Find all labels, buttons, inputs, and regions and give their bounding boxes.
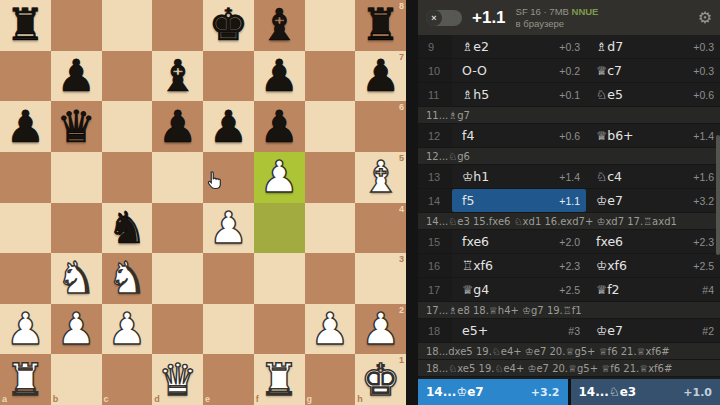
square-e7[interactable] bbox=[203, 51, 254, 102]
move-san: ♗h5 bbox=[462, 87, 559, 102]
candidate-move-label: 14...♔e7 bbox=[426, 385, 531, 399]
black-pawn-f6[interactable]: ♟ bbox=[254, 101, 305, 152]
move-eval: +2.5 bbox=[559, 284, 580, 296]
move-eval: #3 bbox=[568, 325, 580, 337]
square-b6[interactable]: ♛ bbox=[51, 101, 102, 152]
gear-icon[interactable]: ⚙ bbox=[698, 8, 712, 27]
square-e1[interactable]: e bbox=[203, 354, 254, 405]
white-pawn-e4[interactable]: ♟ bbox=[203, 203, 254, 254]
black-move-cell[interactable]: ♔xf6+2.5 bbox=[586, 254, 720, 277]
square-h4[interactable]: 4 bbox=[355, 203, 406, 254]
move-san: ♘c4 bbox=[596, 169, 693, 184]
square-a7[interactable] bbox=[0, 51, 51, 102]
candidate-move-eval: +3.2 bbox=[531, 386, 560, 399]
file-label-e: e bbox=[205, 395, 210, 404]
square-g1[interactable]: g bbox=[305, 354, 356, 405]
move-eval: +1.1 bbox=[559, 195, 580, 207]
file-label-b: b bbox=[53, 395, 59, 404]
white-move-cell[interactable]: ♗h5+0.1 bbox=[452, 83, 586, 106]
square-b2[interactable]: ♟ bbox=[51, 304, 102, 355]
rank-label-2: 2 bbox=[399, 306, 404, 315]
square-g7[interactable] bbox=[305, 51, 356, 102]
move-san: ♔h1 bbox=[462, 169, 559, 184]
move-eval: #2 bbox=[702, 325, 714, 337]
square-d5[interactable] bbox=[152, 152, 203, 203]
variation-comment[interactable]: 11...♗g7 bbox=[418, 107, 720, 124]
black-move-cell[interactable]: fxe6+2.3 bbox=[586, 230, 720, 253]
move-san: e5+ bbox=[462, 323, 568, 338]
move-row-12: 12f4+0.6♕b6++1.4 bbox=[418, 124, 720, 148]
square-c1[interactable]: c bbox=[102, 354, 153, 405]
white-move-cell[interactable]: f4+0.6 bbox=[452, 124, 586, 147]
square-e8[interactable]: ♚ bbox=[203, 0, 254, 51]
toggle-close-icon: × bbox=[426, 10, 442, 26]
square-e4[interactable]: ♟ bbox=[203, 203, 254, 254]
square-g8[interactable] bbox=[305, 0, 356, 51]
black-queen-b6[interactable]: ♛ bbox=[51, 101, 102, 152]
black-pawn-d6[interactable]: ♟ bbox=[152, 101, 203, 152]
nnue-badge: NNUE bbox=[572, 6, 599, 17]
square-d1[interactable]: d♛ bbox=[152, 354, 203, 405]
move-number: 14 bbox=[418, 189, 452, 212]
square-c3[interactable]: ♞ bbox=[102, 253, 153, 304]
move-row-13: 13♔h1+1.4♘c4+1.6 bbox=[418, 165, 720, 189]
square-h7[interactable]: 7♟ bbox=[355, 51, 406, 102]
white-pawn-c2[interactable]: ♟ bbox=[102, 304, 153, 355]
square-f3[interactable] bbox=[254, 253, 305, 304]
move-eval: +0.1 bbox=[559, 89, 580, 101]
white-move-cell[interactable]: ♖xf6+2.3 bbox=[452, 254, 586, 277]
move-row-10: 10O-O+0.2♕c7+0.3 bbox=[418, 59, 720, 83]
black-pawn-e6[interactable]: ♟ bbox=[203, 101, 254, 152]
square-e2[interactable] bbox=[203, 304, 254, 355]
black-move-cell[interactable]: ♕c7+0.3 bbox=[586, 59, 720, 82]
square-a4[interactable] bbox=[0, 203, 51, 254]
move-san: ♕g4 bbox=[462, 282, 559, 297]
white-pawn-b2[interactable]: ♟ bbox=[51, 304, 102, 355]
square-f5[interactable]: ♟ bbox=[254, 152, 305, 203]
square-a8[interactable]: ♜ bbox=[0, 0, 51, 51]
square-c2[interactable]: ♟ bbox=[102, 304, 153, 355]
white-move-cell[interactable]: ♔h1+1.4 bbox=[452, 165, 586, 188]
square-c8[interactable] bbox=[102, 0, 153, 51]
rank-label-5: 5 bbox=[399, 154, 404, 163]
move-san: ♕b6+ bbox=[596, 128, 693, 143]
candidate-move-primary[interactable]: 14...♔e7 +3.2 bbox=[418, 379, 568, 405]
square-b3[interactable]: ♞ bbox=[51, 253, 102, 304]
mouse-hand-cursor bbox=[203, 170, 225, 192]
square-f6[interactable]: ♟ bbox=[254, 101, 305, 152]
move-row-17: 17♕g4+2.5♕f2#4 bbox=[418, 278, 720, 302]
square-e6[interactable]: ♟ bbox=[203, 101, 254, 152]
black-move-cell[interactable]: ♘c4+1.6 bbox=[586, 165, 720, 188]
square-g2[interactable]: ♟ bbox=[305, 304, 356, 355]
square-f1[interactable]: f♜ bbox=[254, 354, 305, 405]
engine-header: × +1.1 SF 16 · 7MB NNUE в браузере ⚙ bbox=[418, 0, 720, 35]
white-move-cell[interactable]: e5+#3 bbox=[452, 319, 586, 342]
square-d3[interactable] bbox=[152, 253, 203, 304]
square-a6[interactable]: ♟ bbox=[0, 101, 51, 152]
rank-label-7: 7 bbox=[399, 53, 404, 62]
move-eval: +2.3 bbox=[559, 260, 580, 272]
rank-label-3: 3 bbox=[399, 255, 404, 264]
move-number: 16 bbox=[418, 254, 452, 277]
square-b8[interactable] bbox=[51, 0, 102, 51]
move-san: ♔e7 bbox=[596, 193, 693, 208]
black-move-cell[interactable]: ♕b6++1.4 bbox=[586, 124, 720, 147]
analysis-screen: ♜♚♝8♜♟♝♟7♟♟♛♟♟♟6♟5♝♞♟4♞♞3♟♟♟♟2♟a♜bcd♛ef♜… bbox=[0, 0, 720, 405]
move-eval: +2.3 bbox=[693, 236, 714, 248]
black-move-cell[interactable]: ♘e5+0.6 bbox=[586, 83, 720, 106]
white-queen-d1[interactable]: ♛ bbox=[152, 354, 203, 405]
square-f4[interactable] bbox=[254, 203, 305, 254]
square-h6[interactable]: 6 bbox=[355, 101, 406, 152]
black-knight-c4[interactable]: ♞ bbox=[102, 203, 153, 254]
engine-location: в браузере bbox=[516, 18, 688, 30]
white-rook-a1[interactable]: ♜ bbox=[0, 354, 51, 405]
move-eval: #4 bbox=[702, 284, 714, 296]
scrollbar-thumb[interactable] bbox=[716, 135, 720, 255]
move-row-15: 15fxe6+2.0fxe6+2.3 bbox=[418, 230, 720, 254]
move-san: O-O bbox=[462, 63, 559, 78]
move-number: 18 bbox=[418, 319, 452, 342]
white-knight-c3[interactable]: ♞ bbox=[102, 253, 153, 304]
square-g6[interactable] bbox=[305, 101, 356, 152]
black-move-cell[interactable]: ♔e7#2 bbox=[586, 319, 720, 342]
move-eval: +0.3 bbox=[693, 65, 714, 77]
move-eval: +1.4 bbox=[559, 171, 580, 183]
move-number: 9 bbox=[418, 35, 452, 58]
move-number: 17 bbox=[418, 278, 452, 301]
move-number: 12 bbox=[418, 124, 452, 147]
engine-name: SF 16 · 7MB bbox=[516, 6, 572, 17]
square-f7[interactable]: ♟ bbox=[254, 51, 305, 102]
move-san: fxe6 bbox=[596, 234, 693, 249]
white-move-cell[interactable]: ♗e2+0.3 bbox=[452, 35, 586, 58]
move-san: fxe6 bbox=[462, 234, 559, 249]
rank-label-6: 6 bbox=[399, 103, 404, 112]
white-rook-f1[interactable]: ♜ bbox=[254, 354, 305, 405]
chess-board[interactable]: ♜♚♝8♜♟♝♟7♟♟♛♟♟♟6♟5♝♞♟4♞♞3♟♟♟♟2♟a♜bcd♛ef♜… bbox=[0, 0, 406, 405]
square-d2[interactable] bbox=[152, 304, 203, 355]
variation-comment[interactable]: 12...♘g6 bbox=[418, 148, 720, 165]
black-pawn-a6[interactable]: ♟ bbox=[0, 101, 51, 152]
rank-label-1: 1 bbox=[399, 356, 404, 365]
square-c5[interactable] bbox=[102, 152, 153, 203]
move-number: 11 bbox=[418, 83, 452, 106]
move-san: f5 bbox=[462, 193, 559, 208]
white-move-cell[interactable]: O-O+0.2 bbox=[452, 59, 586, 82]
square-h5[interactable]: 5♝ bbox=[355, 152, 406, 203]
square-h1[interactable]: h1♚ bbox=[355, 354, 406, 405]
black-pawn-f7[interactable]: ♟ bbox=[254, 51, 305, 102]
move-row-11: 11♗h5+0.1♘e5+0.6 bbox=[418, 83, 720, 107]
square-b7[interactable]: ♟ bbox=[51, 51, 102, 102]
file-label-c: c bbox=[104, 395, 109, 404]
square-b4[interactable] bbox=[51, 203, 102, 254]
square-g4[interactable] bbox=[305, 203, 356, 254]
candidate-move-secondary[interactable]: 14...♘e3 +1.0 bbox=[571, 379, 720, 405]
move-number: 15 bbox=[418, 230, 452, 253]
engine-analysis-panel: × +1.1 SF 16 · 7MB NNUE в браузере ⚙ 9♗e… bbox=[418, 0, 720, 405]
move-san: f4 bbox=[462, 128, 559, 143]
square-d6[interactable]: ♟ bbox=[152, 101, 203, 152]
move-san: ♘e5 bbox=[596, 87, 693, 102]
black-king-e8[interactable]: ♚ bbox=[203, 0, 254, 51]
candidate-move-eval: +1.0 bbox=[683, 386, 712, 399]
move-eval: +0.3 bbox=[693, 41, 714, 53]
square-d7[interactable]: ♝ bbox=[152, 51, 203, 102]
move-san: ♔e7 bbox=[596, 323, 702, 338]
move-san: ♕f2 bbox=[596, 282, 702, 297]
variation-comment[interactable]: 14...♘e3 15.fxe6 ♘xd1 16.exd7+ ♔xd7 17.♖… bbox=[418, 213, 720, 230]
square-d4[interactable] bbox=[152, 203, 203, 254]
white-pawn-a2[interactable]: ♟ bbox=[0, 304, 51, 355]
variation-comment[interactable]: 17...♗e8 18.♕h4+ ♔g7 19.♖f1 bbox=[418, 302, 720, 319]
move-eval: +0.6 bbox=[559, 130, 580, 142]
move-list: 9♗e2+0.3♗d7+0.310O-O+0.2♕c7+0.311♗h5+0.1… bbox=[418, 35, 720, 379]
move-eval: +1.4 bbox=[693, 130, 714, 142]
variation-comment[interactable]: 18...dxe5 19.♘e4+ ♔e7 20.♕g5+ ♕f6 21.♕xf… bbox=[418, 343, 720, 360]
white-move-cell[interactable]: ♕g4+2.5 bbox=[452, 278, 586, 301]
move-san: ♖xf6 bbox=[462, 258, 559, 273]
engine-toggle[interactable]: × bbox=[426, 10, 462, 26]
rank-label-4: 4 bbox=[399, 205, 404, 214]
square-f8[interactable]: ♝ bbox=[254, 0, 305, 51]
move-eval: +2.5 bbox=[693, 260, 714, 272]
move-number: 10 bbox=[418, 59, 452, 82]
candidate-move-label: 14...♘e3 bbox=[579, 385, 684, 399]
black-move-cell[interactable]: ♗d7+0.3 bbox=[586, 35, 720, 58]
square-c7[interactable] bbox=[102, 51, 153, 102]
move-eval: +0.6 bbox=[693, 89, 714, 101]
square-h2[interactable]: 2♟ bbox=[355, 304, 406, 355]
file-label-a: a bbox=[2, 395, 7, 404]
square-d8[interactable] bbox=[152, 0, 203, 51]
square-c6[interactable] bbox=[102, 101, 153, 152]
move-eval: +2.0 bbox=[559, 236, 580, 248]
black-rook-a8[interactable]: ♜ bbox=[0, 0, 51, 51]
square-b1[interactable]: b bbox=[51, 354, 102, 405]
white-pawn-g2[interactable]: ♟ bbox=[305, 304, 356, 355]
square-a3[interactable] bbox=[0, 253, 51, 304]
black-bishop-d7[interactable]: ♝ bbox=[152, 51, 203, 102]
white-pawn-f5[interactable]: ♟ bbox=[254, 152, 305, 203]
move-eval: +3.2 bbox=[693, 195, 714, 207]
move-row-14: 14f5+1.1♔e7+3.2 bbox=[418, 189, 720, 213]
file-label-g: g bbox=[307, 395, 313, 404]
square-c4[interactable]: ♞ bbox=[102, 203, 153, 254]
white-knight-b3[interactable]: ♞ bbox=[51, 253, 102, 304]
file-label-f: f bbox=[256, 395, 259, 404]
black-move-cell[interactable]: ♔e7+3.2 bbox=[586, 189, 720, 212]
move-number: 13 bbox=[418, 165, 452, 188]
square-g5[interactable] bbox=[305, 152, 356, 203]
engine-info: SF 16 · 7MB NNUE в браузере bbox=[516, 6, 688, 30]
square-e3[interactable] bbox=[203, 253, 254, 304]
square-b5[interactable] bbox=[51, 152, 102, 203]
variation-comment[interactable]: 18...♘xe5 19.♘e4+ ♔e7 20.♕g5+ ♕f6 21.♕xf… bbox=[418, 360, 720, 377]
file-label-d: d bbox=[154, 395, 160, 404]
move-row-18: 18e5+#3♔e7#2 bbox=[418, 319, 720, 343]
square-a1[interactable]: a♜ bbox=[0, 354, 51, 405]
move-row-9: 9♗e2+0.3♗d7+0.3 bbox=[418, 35, 720, 59]
file-label-h: h bbox=[357, 395, 363, 404]
move-san: ♗d7 bbox=[596, 39, 693, 54]
move-eval: +0.2 bbox=[559, 65, 580, 77]
evaluation-value: +1.1 bbox=[472, 8, 506, 28]
rank-label-8: 8 bbox=[399, 2, 404, 11]
move-san: ♔xf6 bbox=[596, 258, 693, 273]
move-eval: +1.6 bbox=[693, 171, 714, 183]
black-move-cell[interactable]: ♕f2#4 bbox=[586, 278, 720, 301]
move-san: ♗e2 bbox=[462, 39, 559, 54]
square-f2[interactable] bbox=[254, 304, 305, 355]
square-h8[interactable]: 8♜ bbox=[355, 0, 406, 51]
square-h3[interactable]: 3 bbox=[355, 253, 406, 304]
move-row-16: 16♖xf6+2.3♔xf6+2.5 bbox=[418, 254, 720, 278]
black-pawn-b7[interactable]: ♟ bbox=[51, 51, 102, 102]
white-move-cell[interactable]: fxe6+2.0 bbox=[452, 230, 586, 253]
square-a5[interactable] bbox=[0, 152, 51, 203]
white-move-cell[interactable]: f5+1.1 bbox=[452, 189, 586, 212]
move-san: ♕c7 bbox=[596, 63, 693, 78]
square-g3[interactable] bbox=[305, 253, 356, 304]
square-a2[interactable]: ♟ bbox=[0, 304, 51, 355]
move-eval: +0.3 bbox=[559, 41, 580, 53]
candidate-move-bars: 14...♔e7 +3.2 14...♘e3 +1.0 bbox=[418, 379, 720, 405]
black-bishop-f8[interactable]: ♝ bbox=[254, 0, 305, 51]
